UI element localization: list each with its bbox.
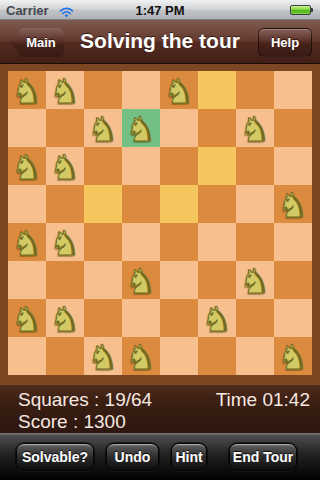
square-e2[interactable] (160, 299, 198, 337)
square-e5[interactable] (160, 185, 198, 223)
knight-piece-c7: ♞ (88, 111, 118, 147)
square-g1[interactable] (236, 337, 274, 375)
square-g8[interactable] (236, 71, 274, 109)
square-b8[interactable]: ♞ (46, 71, 84, 109)
bottom-toolbar: Solvable? Undo Hint End Tour (0, 433, 320, 480)
square-h7[interactable] (274, 109, 312, 147)
square-e7[interactable] (160, 109, 198, 147)
square-h6[interactable] (274, 147, 312, 185)
square-b2[interactable]: ♞ (46, 299, 84, 337)
square-a8[interactable]: ♞ (8, 71, 46, 109)
square-d4[interactable] (122, 223, 160, 261)
square-f3[interactable] (198, 261, 236, 299)
square-a4[interactable]: ♞ (8, 223, 46, 261)
help-label: Help (271, 35, 299, 50)
help-button[interactable]: Help (258, 28, 312, 57)
knight-piece-b8: ♞ (50, 73, 80, 109)
square-g5[interactable] (236, 185, 274, 223)
square-d3[interactable]: ♞ (122, 261, 160, 299)
undo-label: Undo (115, 449, 151, 465)
square-h1[interactable]: ♞ (274, 337, 312, 375)
square-f8[interactable] (198, 71, 236, 109)
square-g4[interactable] (236, 223, 274, 261)
knight-piece-d1: ♞ (126, 339, 156, 375)
knight-piece-g7: ♞ (240, 111, 270, 147)
knight-piece-b2: ♞ (50, 301, 80, 337)
square-f2[interactable]: ♞ (198, 299, 236, 337)
square-a1[interactable] (8, 337, 46, 375)
knight-piece-a4: ♞ (12, 225, 42, 261)
square-a2[interactable]: ♞ (8, 299, 46, 337)
square-d6[interactable] (122, 147, 160, 185)
square-c4[interactable] (84, 223, 122, 261)
knight-piece-a2: ♞ (12, 301, 42, 337)
square-c3[interactable] (84, 261, 122, 299)
square-b7[interactable] (46, 109, 84, 147)
square-h3[interactable] (274, 261, 312, 299)
square-g3[interactable]: ♞ (236, 261, 274, 299)
square-c8[interactable] (84, 71, 122, 109)
knight-piece-e8: ♞ (164, 73, 194, 109)
square-d2[interactable] (122, 299, 160, 337)
square-g7[interactable]: ♞ (236, 109, 274, 147)
square-e1[interactable] (160, 337, 198, 375)
knight-piece-d7: ♞ (126, 111, 156, 147)
square-f5[interactable] (198, 185, 236, 223)
info-panel: Squares : 19/64 Time 01:42 Score : 1300 (0, 385, 320, 433)
square-h8[interactable] (274, 71, 312, 109)
square-f4[interactable] (198, 223, 236, 261)
knight-piece-h5: ♞ (278, 187, 308, 223)
square-b4[interactable]: ♞ (46, 223, 84, 261)
square-d8[interactable] (122, 71, 160, 109)
undo-button[interactable]: Undo (106, 443, 159, 471)
end-tour-button[interactable]: End Tour (229, 443, 297, 471)
square-b5[interactable] (46, 185, 84, 223)
square-f1[interactable] (198, 337, 236, 375)
square-f7[interactable] (198, 109, 236, 147)
square-a7[interactable] (8, 109, 46, 147)
square-d5[interactable] (122, 185, 160, 223)
square-a5[interactable] (8, 185, 46, 223)
status-clock: 1:47 PM (0, 3, 320, 18)
knight-piece-b6: ♞ (50, 149, 80, 185)
knight-piece-a8: ♞ (12, 73, 42, 109)
status-bar: Carrier 1:47 PM (0, 0, 320, 20)
square-e6[interactable] (160, 147, 198, 185)
square-b1[interactable] (46, 337, 84, 375)
battery-icon (290, 5, 311, 15)
time-label: Time 01:42 (216, 389, 310, 411)
square-g2[interactable] (236, 299, 274, 337)
hint-label: Hint (175, 449, 202, 465)
square-c1[interactable]: ♞ (84, 337, 122, 375)
square-e8[interactable]: ♞ (160, 71, 198, 109)
chess-board: ♞♞♞♞♞♞♞♞♞♞♞♞♞♞♞♞♞♞♞ (8, 71, 312, 375)
square-h5[interactable]: ♞ (274, 185, 312, 223)
knight-piece-d3: ♞ (126, 263, 156, 299)
score-label: Score : 1300 (18, 411, 126, 433)
knight-piece-a6: ♞ (12, 149, 42, 185)
square-c2[interactable] (84, 299, 122, 337)
nav-bar: Main Solving the tour Help (0, 20, 320, 64)
square-h4[interactable] (274, 223, 312, 261)
square-a3[interactable] (8, 261, 46, 299)
solvable-button[interactable]: Solvable? (16, 443, 94, 471)
square-d1[interactable]: ♞ (122, 337, 160, 375)
knight-piece-b4: ♞ (50, 225, 80, 261)
square-h2[interactable] (274, 299, 312, 337)
solvable-label: Solvable? (22, 449, 88, 465)
square-f6[interactable] (198, 147, 236, 185)
knight-piece-h1: ♞ (278, 339, 308, 375)
square-e4[interactable] (160, 223, 198, 261)
square-c5[interactable] (84, 185, 122, 223)
square-b6[interactable]: ♞ (46, 147, 84, 185)
square-d7[interactable]: ♞ (122, 109, 160, 147)
end-tour-label: End Tour (233, 449, 293, 465)
knight-piece-f2: ♞ (202, 301, 232, 337)
knight-piece-c1: ♞ (88, 339, 118, 375)
square-b3[interactable] (46, 261, 84, 299)
app-screen: Carrier 1:47 PM Main Solving the tour He… (0, 0, 320, 480)
hint-button[interactable]: Hint (171, 443, 207, 471)
squares-count-label: Squares : 19/64 (18, 389, 152, 411)
board-frame: ♞♞♞♞♞♞♞♞♞♞♞♞♞♞♞♞♞♞♞ (0, 64, 320, 385)
square-c6[interactable] (84, 147, 122, 185)
knight-piece-g3: ♞ (240, 263, 270, 299)
square-c7[interactable]: ♞ (84, 109, 122, 147)
square-g6[interactable] (236, 147, 274, 185)
square-a6[interactable]: ♞ (8, 147, 46, 185)
square-e3[interactable] (160, 261, 198, 299)
